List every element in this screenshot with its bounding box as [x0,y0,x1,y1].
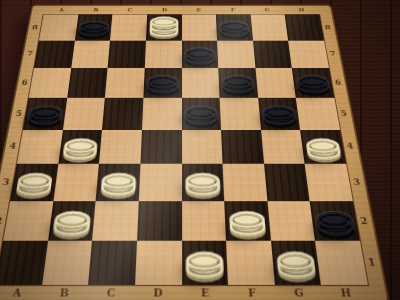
piece-white-man-e1[interactable]: ⛂ [182,241,229,285]
file-label-bottom-f: F [228,285,276,300]
file-label-top-h: H [284,6,320,14]
table-background: ABCDEFGH ABCDEFGH 87654321 87654321 ⛂⛃⛂⛂… [0,0,400,300]
playing-area: ⛂⛃⛂⛂⛂⛂⛂⛂⛂⛂⛂⛂⛂⛂⛂⛂⛂⛂⛂⛂ [0,15,368,285]
piece-black-man-f6[interactable]: ⛂ [218,68,258,98]
file-label-bottom-d: D [134,285,181,300]
file-label-bottom-b: B [40,285,89,300]
piece-black-man-h6[interactable]: ⛂ [292,68,334,98]
piece-white-man-b4[interactable]: ⛂ [58,130,102,164]
piece-black-man-a5[interactable]: ⛂ [23,98,67,130]
piece-white-man-e3[interactable]: ⛂ [182,164,225,201]
pieces-layer: ⛂⛃⛂⛂⛂⛂⛂⛂⛂⛂⛂⛂⛂⛂⛂⛂⛂⛂⛂⛂ [0,15,368,285]
piece-black-man-h2[interactable]: ⛂ [310,201,360,241]
piece-black-man-d6[interactable]: ⛂ [143,68,181,98]
piece-black-man-g5[interactable]: ⛂ [258,98,300,130]
file-label-top-e: E [182,6,216,14]
file-label-bottom-a: A [0,285,42,300]
file-label-bottom-h: H [321,285,370,300]
file-label-top-g: G [250,6,285,14]
file-label-bottom-c: C [87,285,135,300]
piece-white-man-h4[interactable]: ⛂ [300,130,346,164]
file-label-top-a: A [44,6,80,14]
piece-black-man-e7[interactable]: ⛂ [182,40,219,68]
piece-white-man-c3[interactable]: ⛂ [96,164,140,201]
piece-white-man-a3[interactable]: ⛂ [10,164,58,201]
piece-black-man-b8[interactable]: ⛂ [75,15,113,41]
piece-white-man-f2[interactable]: ⛂ [224,201,270,241]
piece-black-man-f8[interactable]: ⛂ [216,15,253,41]
piece-white-king-d8[interactable]: ⛃ [146,15,182,41]
piece-black-man-e5[interactable]: ⛂ [182,98,222,130]
piece-white-man-g1[interactable]: ⛂ [271,241,322,285]
checkers-board: ABCDEFGH ABCDEFGH 87654321 87654321 ⛂⛃⛂⛂… [0,5,389,300]
file-label-top-c: C [113,6,148,14]
piece-white-man-b2[interactable]: ⛂ [48,201,96,241]
